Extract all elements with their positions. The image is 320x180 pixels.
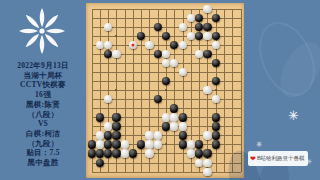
star-point — [115, 35, 117, 37]
black-stone — [203, 149, 211, 157]
white-stone — [104, 122, 112, 130]
star-point — [115, 89, 117, 91]
black-stone — [195, 140, 203, 148]
black-stone — [212, 140, 220, 148]
black-stone — [112, 113, 120, 121]
black-stone — [212, 131, 220, 139]
black-stone — [129, 149, 137, 157]
black-stone — [154, 95, 162, 103]
white-stone — [195, 50, 203, 58]
white-stone — [178, 41, 186, 49]
white-stone — [187, 149, 195, 157]
grid-line-vertical — [224, 9, 225, 172]
match-date: 2022年9月13日 — [0, 61, 86, 71]
white-stone — [96, 140, 104, 148]
white-stone — [162, 113, 170, 121]
white-stone — [195, 158, 203, 166]
black-stone — [203, 50, 211, 58]
black-stone — [154, 23, 162, 31]
grid-line-vertical — [241, 9, 242, 172]
black-stone — [170, 41, 178, 49]
vs-label: VS — [0, 119, 86, 129]
white-stone — [121, 140, 129, 148]
star-point — [165, 89, 167, 91]
white-stone — [212, 41, 220, 49]
flower-petals — [19, 8, 65, 54]
black-stone — [112, 122, 120, 130]
grid-line-vertical — [174, 9, 175, 172]
white-stone — [112, 50, 120, 58]
black-stone — [112, 131, 120, 139]
white-stone — [162, 50, 170, 58]
result-label: 黑中盘胜 — [0, 158, 86, 168]
star-point — [165, 143, 167, 145]
black-stone — [87, 140, 95, 148]
white-stone — [203, 32, 211, 40]
black-rank: （八段） — [0, 110, 86, 120]
white-stone — [170, 59, 178, 67]
black-stone — [195, 14, 203, 22]
black-stone — [212, 122, 220, 130]
black-stone — [195, 32, 203, 40]
white-stone — [145, 131, 153, 139]
black-stone — [212, 59, 220, 67]
grid-line-vertical — [232, 9, 233, 172]
black-stone — [137, 32, 145, 40]
white-stone — [145, 41, 153, 49]
white-stone — [170, 113, 178, 121]
event-name: 当湖十局杯 — [0, 71, 86, 81]
black-stone — [96, 113, 104, 121]
black-stone — [104, 149, 112, 157]
white-stone — [178, 23, 186, 31]
white-stone — [104, 95, 112, 103]
black-stone — [96, 149, 104, 157]
black-stone — [96, 158, 104, 166]
white-stone — [203, 131, 211, 139]
grid-line-horizontal — [92, 163, 241, 164]
white-player: 白棋:柯洁 — [0, 129, 86, 139]
white-stone — [203, 86, 211, 94]
black-stone — [212, 113, 220, 121]
white-stone — [212, 95, 220, 103]
white-stone — [104, 41, 112, 49]
black-stone — [162, 122, 170, 130]
sparkle-flower-icon: ✳ — [288, 108, 299, 123]
black-player: 黑棋:陈贤 — [0, 100, 86, 110]
white-stone — [187, 32, 195, 40]
white-stone — [96, 131, 104, 139]
black-stone — [162, 77, 170, 85]
black-stone — [203, 23, 211, 31]
black-stone — [178, 131, 186, 139]
white-stone — [203, 5, 211, 13]
white-stone — [170, 122, 178, 130]
white-stone — [178, 122, 186, 130]
white-stone — [162, 59, 170, 67]
black-stone — [104, 131, 112, 139]
black-stone — [154, 50, 162, 58]
black-stone — [212, 14, 220, 22]
black-stone — [178, 140, 186, 148]
black-stone — [87, 149, 95, 157]
white-stone — [145, 140, 153, 148]
komi-label: 贴目：7.5 — [0, 148, 86, 158]
white-stone — [203, 158, 211, 166]
black-stone — [104, 50, 112, 58]
white-stone — [154, 140, 162, 148]
white-stone — [104, 23, 112, 31]
heart-icon: ❤ — [250, 155, 256, 162]
white-stone — [187, 14, 195, 22]
match-info: 2022年9月13日 当湖十局杯 CCTV快棋赛 16强 黑棋:陈贤 （八段） … — [0, 61, 86, 168]
white-rank: （九段） — [0, 139, 86, 149]
grid-line-horizontal — [92, 172, 241, 173]
watermark-badge: ❤ B站哈利路亚十番棋 — [248, 151, 308, 166]
black-stone — [112, 140, 120, 148]
sparkle-flower-icon: ✳ — [256, 140, 263, 149]
black-stone — [212, 77, 220, 85]
white-stone — [203, 167, 211, 175]
watermark-text: B站哈利路亚十番棋 — [257, 155, 305, 162]
flower-logo-icon — [10, 4, 74, 58]
info-panel: 2022年9月13日 当湖十局杯 CCTV快棋赛 16强 黑棋:陈贤 （八段） … — [0, 0, 86, 180]
black-stone — [212, 32, 220, 40]
black-stone — [104, 140, 112, 148]
black-stone — [137, 140, 145, 148]
black-stone — [162, 32, 170, 40]
white-stone — [96, 41, 104, 49]
star-point — [215, 89, 217, 91]
event-type: CCTV快棋赛 — [0, 80, 86, 90]
white-stone — [154, 131, 162, 139]
black-stone — [178, 113, 186, 121]
black-stone — [195, 149, 203, 157]
black-stone — [170, 104, 178, 112]
white-stone — [187, 140, 195, 148]
video-frame: 2022年9月13日 当湖十局杯 CCTV快棋赛 16强 黑棋:陈贤 （八段） … — [0, 0, 320, 180]
black-stone — [112, 149, 120, 157]
event-round: 16强 — [0, 90, 86, 100]
white-stone — [121, 149, 129, 157]
white-stone — [178, 68, 186, 76]
grid-line-horizontal — [92, 108, 241, 109]
white-stone — [145, 149, 153, 157]
go-board — [86, 3, 244, 178]
black-stone — [195, 23, 203, 31]
